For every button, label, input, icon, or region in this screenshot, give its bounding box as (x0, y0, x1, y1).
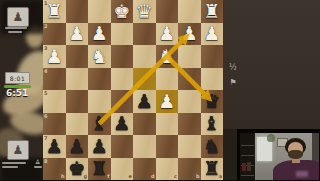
square-d7[interactable] (133, 135, 156, 158)
piece-wN-f3[interactable]: ♞ (88, 45, 111, 68)
piece-wP-g2[interactable]: ♟ (66, 23, 89, 46)
square-e6[interactable]: ♟ (111, 113, 134, 136)
square-b7[interactable] (178, 135, 201, 158)
square-b8[interactable]: b (178, 158, 201, 181)
chess-board[interactable]: 1♜♚♛♜2♟♟♟♟♟3♟♞♞45♟♟♛6♝♟♝7♟♟♟♞8hg♚f♜edcba… (43, 0, 223, 180)
file-label-g: g (83, 174, 87, 179)
square-c5[interactable]: ♟ (156, 90, 179, 113)
square-b5[interactable] (178, 90, 201, 113)
file-label-a: a (219, 174, 222, 179)
mini-pawn-icon: ♙ (35, 158, 40, 165)
square-b4[interactable] (178, 68, 201, 91)
webcam-content (240, 133, 319, 180)
square-g1[interactable] (66, 0, 89, 23)
piece-wP-c2[interactable]: ♟ (156, 23, 179, 46)
square-b3[interactable] (178, 45, 201, 68)
resign-button[interactable]: ⚑ (227, 77, 239, 88)
square-d5[interactable]: ♟ (133, 90, 156, 113)
piece-wQ-d1[interactable]: ♛ (133, 0, 156, 23)
pawn-icon: ♟ (13, 144, 24, 156)
square-e4[interactable] (111, 68, 134, 91)
bookshelf (240, 133, 255, 180)
square-e8[interactable]: e (111, 158, 134, 181)
square-h6[interactable]: 6 (43, 113, 66, 136)
rank-label-3: 3 (44, 46, 47, 51)
square-c8[interactable]: c (156, 158, 179, 181)
piece-bB-a6[interactable]: ♝ (201, 113, 224, 136)
file-label-c: c (174, 174, 177, 179)
plant (267, 134, 275, 142)
piece-bP-d5[interactable]: ♟ (133, 90, 156, 113)
square-h4[interactable]: 4 (43, 68, 66, 91)
piece-bP-g7[interactable]: ♟ (66, 135, 89, 158)
square-a3[interactable] (201, 45, 224, 68)
square-c2[interactable]: ♟ (156, 23, 179, 46)
square-h7[interactable]: 7♟ (43, 135, 66, 158)
left-sidebar: ♟ 8:01 6:51 ♟ ♙ (0, 0, 43, 180)
square-f6[interactable]: ♝ (88, 113, 111, 136)
square-e1[interactable]: ♚ (111, 0, 134, 23)
piece-bP-e6[interactable]: ♟ (111, 113, 134, 136)
rank-label-5: 5 (44, 91, 47, 96)
board-grid: 1♜♚♛♜2♟♟♟♟♟3♟♞♞45♟♟♛6♝♟♝7♟♟♟♞8hg♚f♜edcba… (43, 0, 223, 180)
square-a1[interactable]: ♜ (201, 0, 224, 23)
streamer-beard (288, 150, 303, 159)
square-d6[interactable] (133, 113, 156, 136)
square-h3[interactable]: 3♟ (43, 45, 66, 68)
rank-label-7: 7 (44, 136, 47, 141)
square-g5[interactable] (66, 90, 89, 113)
shirt-graphic (296, 171, 308, 177)
square-e2[interactable] (111, 23, 134, 46)
square-a8[interactable]: a♜ (201, 158, 224, 181)
rank-label-1: 1 (44, 1, 47, 6)
video-frame: ♟ 8:01 6:51 ♟ ♙ 1♜♚♛♜2♟♟♟♟♟3♟♞♞45♟♟♛6♝♟♝… (0, 0, 320, 180)
square-a7[interactable]: ♞ (201, 135, 224, 158)
square-d2[interactable] (133, 23, 156, 46)
square-a4[interactable] (201, 68, 224, 91)
piece-wP-c5[interactable]: ♟ (156, 90, 179, 113)
dark-gap (223, 129, 237, 180)
square-g2[interactable]: ♟ (66, 23, 89, 46)
square-h8[interactable]: 8h (43, 158, 66, 181)
rank-label-6: 6 (44, 114, 47, 119)
file-label-h: h (61, 174, 65, 179)
piece-bQ-a5[interactable]: ♛ (201, 90, 224, 113)
piece-wP-b2[interactable]: ♟ (178, 23, 201, 46)
square-a6[interactable]: ♝ (201, 113, 224, 136)
piece-bN-a7[interactable]: ♞ (201, 135, 224, 158)
square-d3[interactable] (133, 45, 156, 68)
square-b6[interactable] (178, 113, 201, 136)
square-d4[interactable] (133, 68, 156, 91)
file-label-b: b (196, 174, 200, 179)
mini-score-text-blurred (34, 166, 42, 168)
piece-bP-f7[interactable]: ♟ (88, 135, 111, 158)
username-text-blurred (2, 166, 18, 168)
square-c1[interactable] (156, 0, 179, 23)
square-f5[interactable] (88, 90, 111, 113)
streamer-shirt (273, 160, 319, 180)
file-label-e: e (129, 174, 132, 179)
square-d1[interactable]: ♛ (133, 0, 156, 23)
square-h5[interactable]: 5 (43, 90, 66, 113)
rank-label-4: 4 (44, 69, 47, 74)
username-text-blurred (5, 27, 27, 29)
piece-wN-c3[interactable]: ♞ (156, 45, 179, 68)
square-a2[interactable]: ♟ (201, 23, 224, 46)
offer-draw-button[interactable]: ½ (227, 62, 239, 73)
square-c3[interactable]: ♞ (156, 45, 179, 68)
clock-top-time: 8:01 (10, 75, 25, 82)
pawn-icon: ♟ (13, 11, 24, 23)
square-b2[interactable]: ♟ (178, 23, 201, 46)
square-c4[interactable] (156, 68, 179, 91)
piece-wP-a2[interactable]: ♟ (201, 23, 224, 46)
webcam-feed (237, 129, 320, 180)
clock-bottom-time: 6:51 (6, 88, 28, 98)
clock-top: 8:01 (5, 72, 30, 84)
square-g8[interactable]: g♚ (66, 158, 89, 181)
file-label-f: f (107, 174, 109, 179)
player-avatar-top: ♟ (7, 7, 29, 27)
square-a5[interactable]: ♛ (201, 90, 224, 113)
square-f3[interactable]: ♞ (88, 45, 111, 68)
square-f7[interactable]: ♟ (88, 135, 111, 158)
square-g6[interactable] (66, 113, 89, 136)
last-move-highlight (133, 68, 156, 91)
square-d8[interactable]: d (133, 158, 156, 181)
username-text-blurred (2, 162, 26, 164)
square-e5[interactable] (111, 90, 134, 113)
square-f2[interactable]: ♟ (88, 23, 111, 46)
square-e7[interactable] (111, 135, 134, 158)
piece-bB-f6[interactable]: ♝ (88, 113, 111, 136)
username-text-blurred (8, 31, 22, 33)
square-c7[interactable] (156, 135, 179, 158)
rank-label-8: 8 (44, 159, 47, 164)
square-b1[interactable] (178, 0, 201, 23)
square-h1[interactable]: 1♜ (43, 0, 66, 23)
square-g7[interactable]: ♟ (66, 135, 89, 158)
square-g4[interactable] (66, 68, 89, 91)
square-c6[interactable] (156, 113, 179, 136)
square-f8[interactable]: f♜ (88, 158, 111, 181)
player-avatar-bottom: ♟ (7, 140, 29, 160)
flag-icon: ⚑ (229, 79, 236, 87)
square-e3[interactable] (111, 45, 134, 68)
rank-label-2: 2 (44, 24, 47, 29)
half-point-icon: ½ (229, 64, 237, 72)
square-g3[interactable] (66, 45, 89, 68)
piece-wK-e1[interactable]: ♚ (111, 0, 134, 23)
piece-wR-a1[interactable]: ♜ (201, 0, 224, 23)
square-h2[interactable]: 2 (43, 23, 66, 46)
square-f4[interactable] (88, 68, 111, 91)
piece-wP-f2[interactable]: ♟ (88, 23, 111, 46)
square-f1[interactable] (88, 0, 111, 23)
file-label-d: d (151, 174, 155, 179)
